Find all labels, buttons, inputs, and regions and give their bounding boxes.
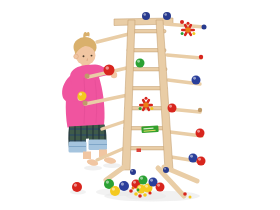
flower-hub (185, 27, 190, 32)
floor-bead-1 (129, 189, 133, 193)
ball-highlight (169, 105, 172, 108)
flower-tip-bead (139, 107, 142, 110)
child-ear (74, 54, 79, 59)
rail4-end-knob (198, 108, 202, 112)
child-eye-left (83, 55, 85, 57)
flower-hub (143, 102, 148, 107)
flower-tip-bead (181, 32, 184, 35)
base-knob-left (130, 169, 136, 175)
top-bar-knob-left (142, 12, 150, 20)
rail5-end-ball-red (196, 129, 205, 138)
rail1-end-knob (202, 25, 207, 30)
ball-highlight (106, 181, 109, 184)
flower-tip-bead (150, 107, 153, 110)
ball-highlight (157, 184, 160, 187)
rail2-end-knob (199, 55, 203, 59)
floor-bead-7 (137, 189, 140, 192)
ball-highlight (198, 158, 201, 161)
flower-tip-bead (145, 97, 148, 100)
floor-bead-9 (189, 196, 192, 199)
left-rail2-end-knob (85, 74, 90, 79)
photo-canvas (0, 0, 280, 210)
ball-highlight (121, 183, 124, 186)
rail6-ball-blue (189, 154, 198, 163)
floor-ball-yellow-1 (110, 186, 120, 196)
floor-bead-3 (138, 194, 142, 198)
left-rail3-end-knob (83, 101, 88, 106)
flower-tip-bead (187, 22, 190, 25)
base-foot-left (106, 167, 124, 180)
floor-ball-green-2 (139, 176, 148, 185)
left-rail-4 (102, 121, 126, 129)
rail3-end-ball-blue (192, 76, 201, 85)
ball-highlight (190, 155, 193, 158)
floor-ball-red-3 (156, 183, 165, 192)
ball-highlight (143, 13, 146, 16)
ball-highlight (133, 181, 136, 184)
ball-highlight (164, 13, 167, 16)
ball-highlight (164, 168, 166, 170)
floor-bead-5 (143, 193, 147, 197)
ball-highlight (150, 179, 153, 182)
ball-highlight (138, 186, 141, 189)
ball-highlight (197, 130, 200, 133)
flower-top-bead (180, 20, 184, 24)
floor-ball-red-1 (72, 182, 82, 192)
track-ball-green (136, 59, 145, 68)
ball-highlight (131, 170, 133, 172)
ball-highlight (137, 60, 140, 63)
child-nose (87, 59, 88, 62)
marble-run-photo (0, 0, 280, 210)
rail6-ball-red (197, 157, 206, 166)
child-eye-right (91, 55, 93, 57)
ball-highlight (79, 93, 82, 96)
child-leg-left (83, 152, 91, 160)
ball-highlight (112, 188, 115, 191)
floor-bead-8 (183, 192, 187, 196)
floor-ball-blue-1 (119, 181, 129, 191)
ball-highlight (74, 184, 77, 187)
small-red-sticker (137, 149, 142, 153)
hand-ball-red (104, 65, 115, 76)
top-bar-knob-right (163, 12, 171, 20)
floor-bead-2 (134, 192, 138, 196)
ball-highlight (193, 77, 196, 80)
hand-ball-yellow (78, 92, 87, 101)
floor-bead-4 (132, 187, 135, 190)
ball-highlight (140, 177, 143, 180)
right-rail-2 (167, 55, 201, 58)
ball-highlight (145, 185, 148, 188)
flower-tip-bead (192, 32, 195, 35)
track-ball-red-mid (168, 104, 177, 113)
base-knob-right (163, 167, 169, 173)
floor-bead-6 (148, 191, 151, 194)
ball-highlight (105, 66, 109, 70)
